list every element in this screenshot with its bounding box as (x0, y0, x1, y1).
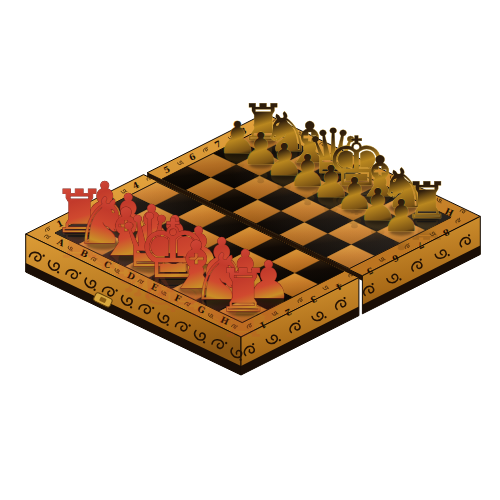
piece-red-rook-h1[interactable]: ♜ (217, 256, 270, 325)
chess-board: AABBCCDDEEFFGGHH1122334455667788♜♞♟♝♟♛♟♚… (0, 0, 500, 500)
piece-black-pawn-h7[interactable]: ♟ (381, 190, 420, 241)
khokhloma-chess-set-photo: AABBCCDDEEFFGGHH1122334455667788♜♞♟♝♟♛♟♚… (0, 0, 500, 500)
